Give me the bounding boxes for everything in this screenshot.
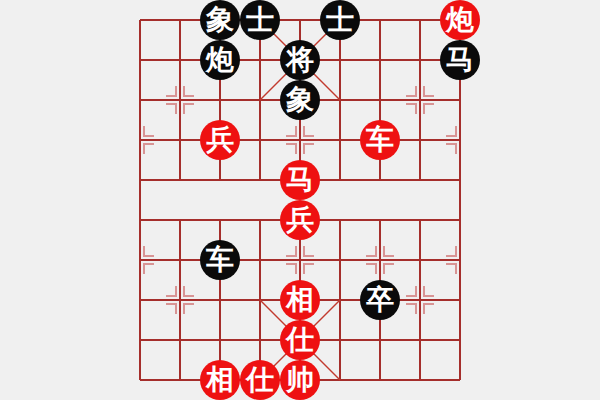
red-cannon[interactable]: 炮 (440, 0, 480, 40)
black-chariot[interactable]: 车 (200, 240, 240, 280)
app-background: 象士士炮炮将马象兵车马兵车相卒仕相仕帅 (0, 0, 600, 400)
black-cannon[interactable]: 炮 (200, 40, 240, 80)
black-horse[interactable]: 马 (440, 40, 480, 80)
red-soldier[interactable]: 兵 (200, 120, 240, 160)
red-advisor[interactable]: 仕 (280, 320, 320, 360)
red-horse[interactable]: 马 (280, 160, 320, 200)
black-elephant[interactable]: 象 (280, 80, 320, 120)
red-soldier[interactable]: 兵 (280, 200, 320, 240)
black-elephant[interactable]: 象 (200, 0, 240, 40)
black-soldier[interactable]: 卒 (360, 280, 400, 320)
red-advisor[interactable]: 仕 (240, 360, 280, 400)
black-advisor[interactable]: 士 (240, 0, 280, 40)
black-general[interactable]: 将 (280, 40, 320, 80)
black-advisor[interactable]: 士 (320, 0, 360, 40)
red-elephant[interactable]: 相 (200, 360, 240, 400)
xiangqi-board[interactable]: 象士士炮炮将马象兵车马兵车相卒仕相仕帅 (140, 20, 460, 380)
red-chariot[interactable]: 车 (360, 120, 400, 160)
red-elephant[interactable]: 相 (280, 280, 320, 320)
red-general[interactable]: 帅 (280, 360, 320, 400)
